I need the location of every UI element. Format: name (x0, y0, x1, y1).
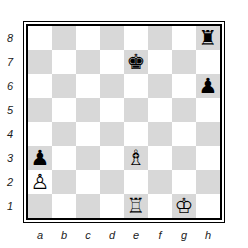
chess-diagram: 87654321 ♜♚♟♟♗♙♖♔ abcdefgh (0, 0, 248, 248)
file-label-h: h (196, 226, 220, 244)
square-h2[interactable] (196, 170, 220, 194)
square-a2[interactable]: ♙ (28, 170, 52, 194)
square-d1[interactable] (100, 194, 124, 218)
square-f7[interactable] (148, 50, 172, 74)
black-rook-piece: ♜ (199, 26, 218, 50)
rank-label-5: 5 (2, 98, 18, 122)
white-bishop-piece: ♗ (127, 146, 146, 170)
square-g4[interactable] (172, 122, 196, 146)
chess-board: ♜♚♟♟♗♙♖♔ (26, 24, 222, 220)
rank-label-4: 4 (2, 122, 18, 146)
square-e7[interactable]: ♚ (124, 50, 148, 74)
square-e4[interactable] (124, 122, 148, 146)
square-g5[interactable] (172, 98, 196, 122)
square-b4[interactable] (52, 122, 76, 146)
square-e8[interactable] (124, 26, 148, 50)
square-b2[interactable] (52, 170, 76, 194)
rank-label-2: 2 (2, 170, 18, 194)
square-a1[interactable] (28, 194, 52, 218)
square-a4[interactable] (28, 122, 52, 146)
square-b1[interactable] (52, 194, 76, 218)
square-g2[interactable] (172, 170, 196, 194)
rank-labels: 87654321 (2, 26, 18, 218)
square-d8[interactable] (100, 26, 124, 50)
square-g8[interactable] (172, 26, 196, 50)
file-label-d: d (100, 226, 124, 244)
square-d3[interactable] (100, 146, 124, 170)
square-a5[interactable] (28, 98, 52, 122)
file-label-g: g (172, 226, 196, 244)
square-e1[interactable]: ♖ (124, 194, 148, 218)
rank-label-8: 8 (2, 26, 18, 50)
square-h6[interactable]: ♟ (196, 74, 220, 98)
square-f5[interactable] (148, 98, 172, 122)
square-b6[interactable] (52, 74, 76, 98)
square-h4[interactable] (196, 122, 220, 146)
file-labels: abcdefgh (28, 226, 220, 244)
square-d7[interactable] (100, 50, 124, 74)
square-e6[interactable] (124, 74, 148, 98)
square-g3[interactable] (172, 146, 196, 170)
file-label-f: f (148, 226, 172, 244)
square-d6[interactable] (100, 74, 124, 98)
square-d5[interactable] (100, 98, 124, 122)
square-g7[interactable] (172, 50, 196, 74)
square-g1[interactable]: ♔ (172, 194, 196, 218)
square-c6[interactable] (76, 74, 100, 98)
square-e5[interactable] (124, 98, 148, 122)
square-f1[interactable] (148, 194, 172, 218)
square-c2[interactable] (76, 170, 100, 194)
file-label-b: b (52, 226, 76, 244)
square-a6[interactable] (28, 74, 52, 98)
square-h7[interactable] (196, 50, 220, 74)
file-label-e: e (124, 226, 148, 244)
square-e3[interactable]: ♗ (124, 146, 148, 170)
square-a7[interactable] (28, 50, 52, 74)
rank-label-3: 3 (2, 146, 18, 170)
square-c4[interactable] (76, 122, 100, 146)
white-rook-piece: ♖ (127, 194, 146, 218)
black-pawn-piece: ♟ (31, 146, 50, 170)
file-label-c: c (76, 226, 100, 244)
rank-label-6: 6 (2, 74, 18, 98)
square-h3[interactable] (196, 146, 220, 170)
square-a3[interactable]: ♟ (28, 146, 52, 170)
square-f4[interactable] (148, 122, 172, 146)
board-frame: ♜♚♟♟♗♙♖♔ (23, 21, 225, 223)
rank-label-7: 7 (2, 50, 18, 74)
square-f6[interactable] (148, 74, 172, 98)
square-c7[interactable] (76, 50, 100, 74)
file-label-a: a (28, 226, 52, 244)
square-g6[interactable] (172, 74, 196, 98)
square-b5[interactable] (52, 98, 76, 122)
square-b3[interactable] (52, 146, 76, 170)
square-h5[interactable] (196, 98, 220, 122)
square-c8[interactable] (76, 26, 100, 50)
square-b7[interactable] (52, 50, 76, 74)
square-h1[interactable] (196, 194, 220, 218)
rank-label-1: 1 (2, 194, 18, 218)
square-a8[interactable] (28, 26, 52, 50)
square-d2[interactable] (100, 170, 124, 194)
square-f2[interactable] (148, 170, 172, 194)
black-pawn-piece: ♟ (199, 74, 218, 98)
square-e2[interactable] (124, 170, 148, 194)
white-pawn-piece: ♙ (31, 170, 50, 194)
square-f3[interactable] (148, 146, 172, 170)
square-b8[interactable] (52, 26, 76, 50)
square-f8[interactable] (148, 26, 172, 50)
black-king-piece: ♚ (127, 50, 146, 74)
square-c3[interactable] (76, 146, 100, 170)
white-king-piece: ♔ (175, 194, 194, 218)
square-c1[interactable] (76, 194, 100, 218)
square-c5[interactable] (76, 98, 100, 122)
square-d4[interactable] (100, 122, 124, 146)
square-h8[interactable]: ♜ (196, 26, 220, 50)
